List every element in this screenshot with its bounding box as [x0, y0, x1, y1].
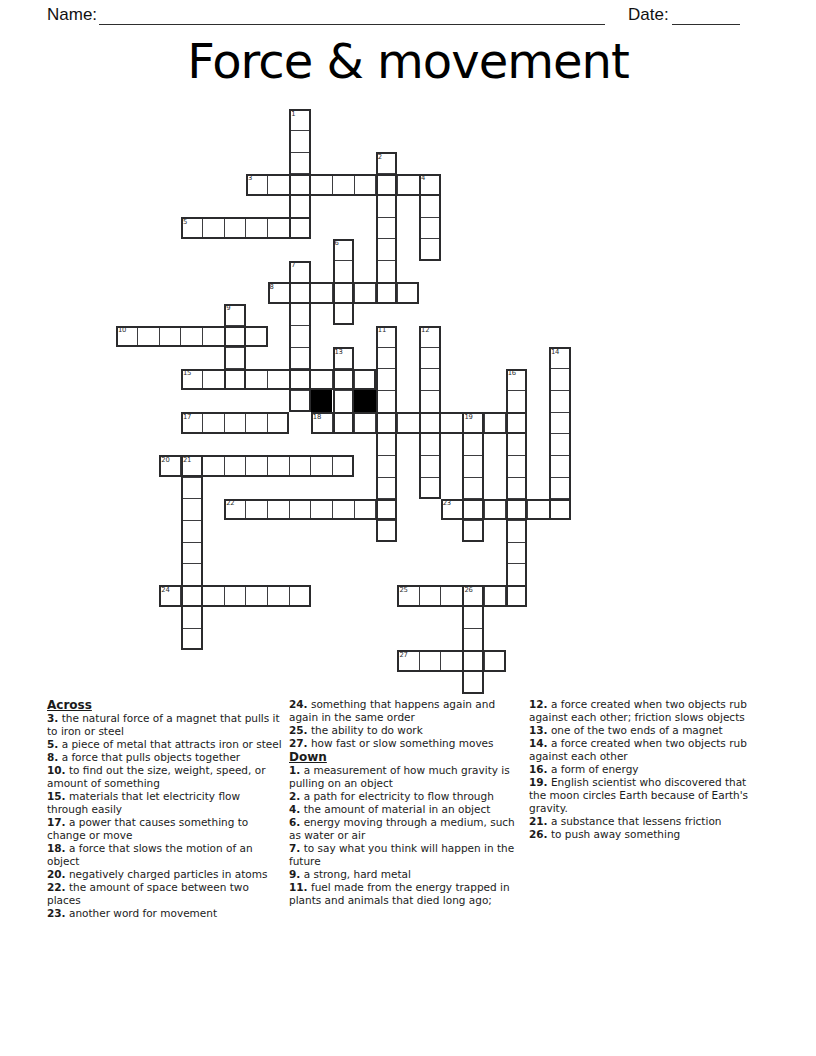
cell-number: 8: [270, 284, 274, 291]
clue-column-middle: 24. something that happens again and aga…: [289, 698, 525, 907]
cell-number: 5: [183, 219, 187, 226]
clue-item: 4. the amount of material in an object: [289, 803, 525, 816]
cell-number: 20: [161, 457, 169, 464]
cell-number: 14: [551, 349, 559, 356]
clue-item: 5. a piece of metal that attracts iron o…: [47, 738, 283, 751]
cell-number: 19: [464, 414, 472, 421]
down-run-14: [549, 347, 571, 520]
down-run-16: [506, 369, 528, 607]
puzzle-title: Force & movement: [0, 33, 816, 89]
clue-item: 24. something that happens again and aga…: [289, 698, 525, 724]
down-heading: Down: [289, 750, 525, 764]
cell-number: 21: [183, 457, 191, 464]
across-heading: Across: [47, 698, 283, 712]
down-run-2: [376, 152, 398, 304]
worksheet-page: Name: Date: Force & movement 12345678910…: [0, 0, 816, 1056]
clue-item: 25. the ability to do work: [289, 724, 525, 737]
clue-item: 1. a measurement of how much gravity is …: [289, 764, 525, 790]
clue-item: 26. to push away something: [529, 828, 765, 841]
clue-column-down: 12. a force created when two objects rub…: [529, 698, 765, 841]
cell-number: 3: [248, 175, 252, 182]
date-label: Date:: [628, 5, 669, 25]
clue-item: 8. a force that pulls objects together: [47, 751, 283, 764]
down-run-11: [376, 326, 398, 543]
clue-item: 10. to find out the size, weight, speed,…: [47, 764, 283, 790]
cell-number: 1: [291, 111, 295, 118]
down-run-26: [462, 585, 484, 693]
cell-number: 12: [421, 327, 429, 334]
down-run-13: [333, 347, 355, 434]
clue-item: 16. a form of energy: [529, 763, 765, 776]
date-blank-line: [672, 24, 740, 25]
cell-number: 10: [118, 327, 126, 334]
cell-number: 15: [183, 370, 191, 377]
cell-number: 7: [291, 262, 295, 269]
black-cell: [354, 390, 376, 412]
across-run-27: [397, 650, 505, 672]
down-run-9: [224, 304, 246, 391]
clue-item: 11. fuel made from the energy trapped in…: [289, 881, 525, 907]
clue-item: 2. a path for electricity to flow throug…: [289, 790, 525, 803]
down-run-7: [289, 261, 311, 413]
clue-item: 6. energy moving through a medium, such …: [289, 816, 525, 842]
cell-number: 17: [183, 414, 191, 421]
cell-number: 16: [508, 370, 516, 377]
clue-item: 15. materials that let electricity flow …: [47, 790, 283, 816]
down-run-4: [419, 174, 441, 261]
cell-number: 26: [464, 587, 472, 594]
clue-item: 14. a force created when two objects rub…: [529, 737, 765, 763]
clue-item: 3. the natural force of a magnet that pu…: [47, 712, 283, 738]
cell-number: 23: [443, 500, 451, 507]
black-cell: [311, 390, 333, 412]
clue-item: 27. how fast or slow something moves: [289, 737, 525, 750]
clue-item: 17. a power that causes something to cha…: [47, 816, 283, 842]
cell-number: 22: [226, 500, 234, 507]
cell-number: 13: [335, 349, 343, 356]
cell-number: 6: [335, 240, 339, 247]
crossword-grid: 1234567891011121314151617181920212223242…: [116, 109, 571, 694]
cell-number: 25: [399, 587, 407, 594]
clue-item: 22. the amount of space between two plac…: [47, 881, 283, 907]
down-run-1: [289, 109, 311, 239]
across-run-17: [181, 412, 289, 434]
down-run-21: [181, 455, 203, 650]
clue-item: 23. another word for movement: [47, 907, 283, 920]
name-label: Name:: [47, 5, 97, 25]
cell-number: 2: [378, 154, 382, 161]
clue-item: 7. to say what you think will happen in …: [289, 842, 525, 868]
clue-item: 19. English scientist who discovered tha…: [529, 776, 765, 815]
down-run-6: [333, 239, 355, 326]
clue-item: 20. negatively charged particles in atom…: [47, 868, 283, 881]
down-run-19: [462, 412, 484, 542]
name-blank-line: [99, 24, 605, 25]
clue-item: 18. a force that slows the motion of an …: [47, 842, 283, 868]
across-run-22: [224, 499, 397, 521]
cell-number: 4: [421, 175, 425, 182]
clue-item: 12. a force created when two objects rub…: [529, 698, 765, 724]
clue-item: 13. one of the two ends of a magnet: [529, 724, 765, 737]
clue-column-across: Across3. the natural force of a magnet t…: [47, 698, 283, 920]
cell-number: 9: [226, 305, 230, 312]
cell-number: 18: [313, 414, 321, 421]
clue-item: 21. a substance that lessens friction: [529, 815, 765, 828]
down-run-12: [419, 326, 441, 499]
cell-number: 24: [161, 587, 169, 594]
cell-number: 27: [399, 652, 407, 659]
across-run-3: [246, 174, 441, 196]
clue-item: 9. a strong, hard metal: [289, 868, 525, 881]
cell-number: 11: [378, 327, 386, 334]
